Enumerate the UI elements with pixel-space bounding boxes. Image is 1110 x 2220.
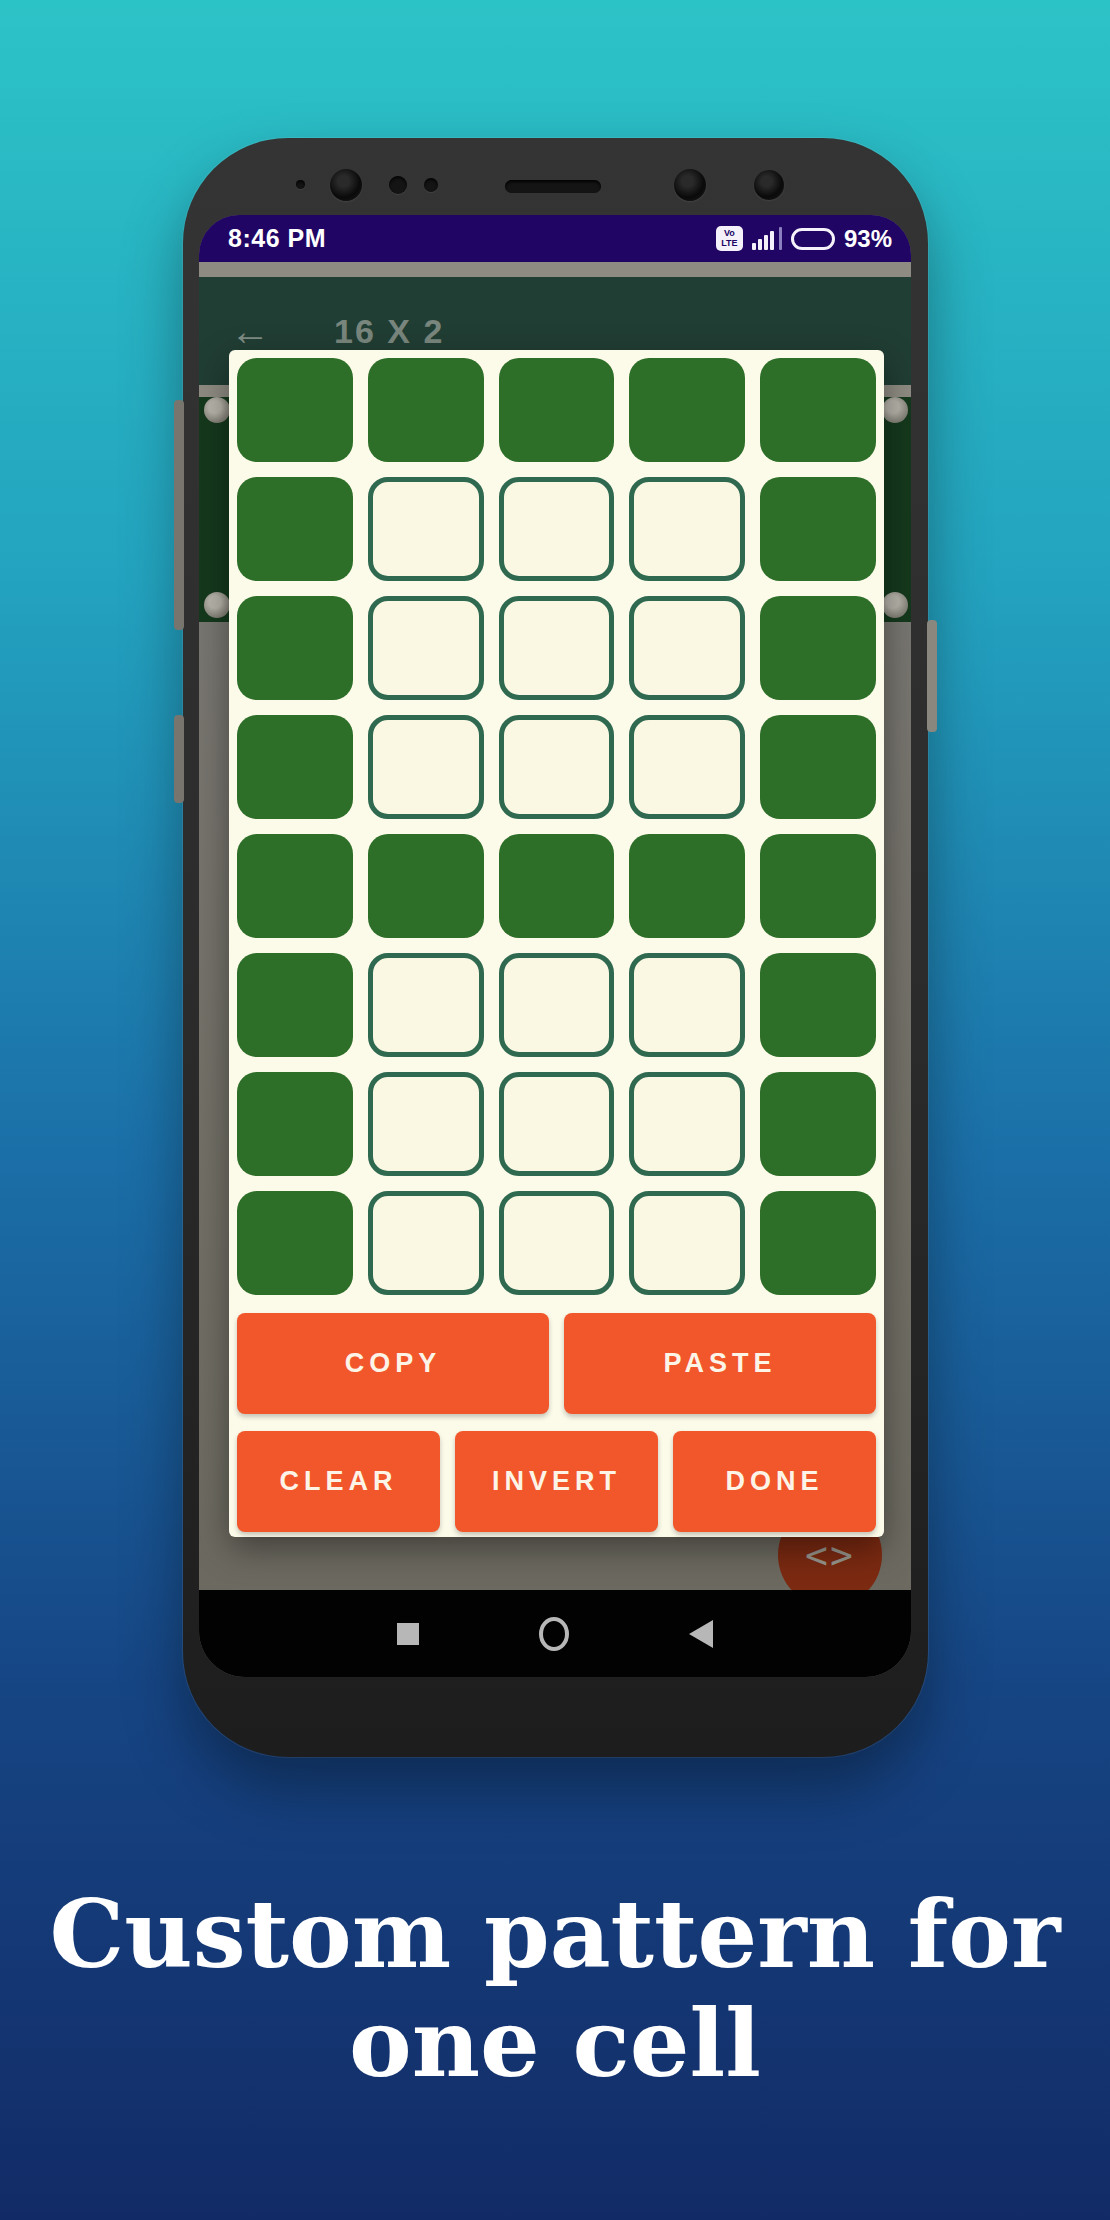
caption-line-1: Custom pattern for xyxy=(0,1880,1110,1989)
phone-screen: 8:46 PM Vo LTE 93% ← 16 X 2 xyxy=(199,215,911,1677)
android-nav-bar xyxy=(199,1590,911,1677)
status-bar: 8:46 PM Vo LTE 93% xyxy=(199,215,911,262)
grid-cell-r6c2[interactable] xyxy=(368,953,484,1057)
grid-cell-r2c2[interactable] xyxy=(368,477,484,581)
volte-icon: Vo LTE xyxy=(716,226,743,251)
phone-mockup: 8:46 PM Vo LTE 93% ← 16 X 2 xyxy=(183,138,928,1757)
caption-line-2: one cell xyxy=(0,1989,1110,2098)
pattern-grid xyxy=(237,358,876,1295)
grid-cell-r1c3[interactable] xyxy=(499,358,615,462)
status-time: 8:46 PM xyxy=(228,224,326,253)
grid-cell-r8c1[interactable] xyxy=(237,1191,353,1295)
grid-cell-r1c5[interactable] xyxy=(760,358,876,462)
grid-cell-r8c3[interactable] xyxy=(499,1191,615,1295)
grid-cell-r7c4[interactable] xyxy=(629,1072,745,1176)
proximity-sensor-dot xyxy=(296,180,305,189)
paste-button[interactable]: PASTE xyxy=(564,1313,876,1414)
front-camera-right-icon xyxy=(674,169,706,201)
grid-cell-r7c5[interactable] xyxy=(760,1072,876,1176)
grid-cell-r1c1[interactable] xyxy=(237,358,353,462)
grid-cell-r2c4[interactable] xyxy=(629,477,745,581)
back-arrow-icon[interactable]: ← xyxy=(230,311,270,351)
side-button-left-lower[interactable] xyxy=(174,715,184,803)
copy-button[interactable]: COPY xyxy=(237,1313,549,1414)
grid-cell-r2c3[interactable] xyxy=(499,477,615,581)
earpiece-speaker xyxy=(505,180,601,193)
lcd-screw-icon xyxy=(204,397,230,423)
battery-icon xyxy=(791,228,835,250)
grid-cell-r4c4[interactable] xyxy=(629,715,745,819)
sensor-dot xyxy=(389,176,407,194)
grid-cell-r8c2[interactable] xyxy=(368,1191,484,1295)
grid-cell-r3c3[interactable] xyxy=(499,596,615,700)
grid-cell-r7c1[interactable] xyxy=(237,1072,353,1176)
done-button[interactable]: DONE xyxy=(673,1431,876,1532)
grid-cell-r8c5[interactable] xyxy=(760,1191,876,1295)
invert-button[interactable]: INVERT xyxy=(455,1431,658,1532)
grid-cell-r1c2[interactable] xyxy=(368,358,484,462)
grid-cell-r1c4[interactable] xyxy=(629,358,745,462)
grid-cell-r5c4[interactable] xyxy=(629,834,745,938)
grid-cell-r4c1[interactable] xyxy=(237,715,353,819)
grid-cell-r6c1[interactable] xyxy=(237,953,353,1057)
volume-button[interactable] xyxy=(174,400,184,630)
grid-cell-r5c2[interactable] xyxy=(368,834,484,938)
grid-cell-r8c4[interactable] xyxy=(629,1191,745,1295)
home-button-icon[interactable] xyxy=(539,1617,569,1651)
grid-cell-r2c1[interactable] xyxy=(237,477,353,581)
power-button[interactable] xyxy=(927,620,937,732)
grid-cell-r3c4[interactable] xyxy=(629,596,745,700)
grid-cell-r6c5[interactable] xyxy=(760,953,876,1057)
grid-cell-r7c2[interactable] xyxy=(368,1072,484,1176)
recents-button-icon[interactable] xyxy=(397,1623,419,1645)
grid-cell-r4c2[interactable] xyxy=(368,715,484,819)
grid-cell-r5c5[interactable] xyxy=(760,834,876,938)
grid-cell-r6c4[interactable] xyxy=(629,953,745,1057)
grid-cell-r3c2[interactable] xyxy=(368,596,484,700)
custom-pattern-dialog: COPY PASTE CLEAR INVERT DONE xyxy=(229,350,884,1537)
grid-cell-r4c5[interactable] xyxy=(760,715,876,819)
page-title: 16 X 2 xyxy=(334,312,444,351)
signal-strength-icon xyxy=(752,227,782,250)
sensor-camera-icon xyxy=(754,170,784,200)
caption-text: Custom pattern for one cell xyxy=(0,1880,1110,2098)
grid-cell-r3c1[interactable] xyxy=(237,596,353,700)
lcd-screw-icon xyxy=(882,397,908,423)
code-icon: <> xyxy=(805,1533,855,1577)
back-button-icon[interactable] xyxy=(689,1620,713,1648)
grid-cell-r5c3[interactable] xyxy=(499,834,615,938)
lcd-screw-icon xyxy=(882,592,908,618)
grid-cell-r3c5[interactable] xyxy=(760,596,876,700)
grid-cell-r7c3[interactable] xyxy=(499,1072,615,1176)
sensor-dot xyxy=(424,178,438,192)
front-camera-left-icon xyxy=(330,169,362,201)
clear-button[interactable]: CLEAR xyxy=(237,1431,440,1532)
grid-cell-r2c5[interactable] xyxy=(760,477,876,581)
grid-cell-r6c3[interactable] xyxy=(499,953,615,1057)
grid-cell-r4c3[interactable] xyxy=(499,715,615,819)
grid-cell-r5c1[interactable] xyxy=(237,834,353,938)
battery-percent: 93% xyxy=(844,225,892,253)
app-background-strip xyxy=(199,262,911,277)
lcd-screw-icon xyxy=(204,592,230,618)
